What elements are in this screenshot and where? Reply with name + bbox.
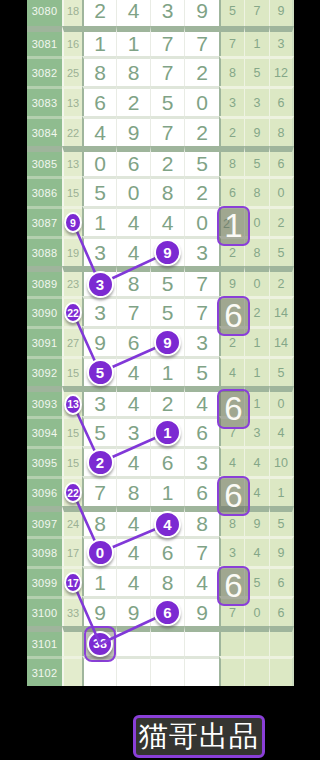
sum-cell[interactable]: 25 bbox=[62, 56, 82, 86]
sum-cell[interactable]: 13 bbox=[62, 86, 82, 116]
sum-cell[interactable]: 27 bbox=[62, 326, 82, 356]
stat-cell: 1 bbox=[244, 356, 269, 386]
stat-cell: 2 bbox=[269, 266, 294, 296]
digit-cell[interactable]: 4 bbox=[116, 0, 150, 26]
digit-cell[interactable] bbox=[184, 626, 219, 656]
digit-cell[interactable]: 1 bbox=[150, 356, 184, 386]
stat-cell: 9 bbox=[269, 536, 294, 566]
digit-cell[interactable]: 2 bbox=[82, 446, 116, 476]
digit-cell[interactable]: 7 bbox=[82, 476, 116, 506]
chart-rows: 3080182439579308116117771330822588728512… bbox=[27, 0, 294, 686]
stat-cell: 7 bbox=[219, 26, 244, 56]
digit-cell[interactable] bbox=[150, 626, 184, 656]
stat-cell: 10 bbox=[269, 446, 294, 476]
digit-cell[interactable]: 0 bbox=[184, 206, 219, 236]
selected-number-circle[interactable]: 3 bbox=[87, 271, 114, 298]
digit-cell[interactable]: 1 bbox=[82, 26, 116, 56]
selected-number-circle[interactable]: 2 bbox=[87, 449, 114, 476]
digit-cell[interactable]: 4 bbox=[150, 506, 184, 536]
digit-cell[interactable]: 3 bbox=[82, 266, 116, 296]
digit-cell[interactable]: 7 bbox=[150, 56, 184, 86]
sum-cell[interactable]: 13 bbox=[62, 386, 82, 416]
row-3094: 3094155316734 bbox=[27, 416, 294, 446]
issue-cell: 3099 bbox=[27, 566, 62, 596]
selected-number-circle[interactable]: 22 bbox=[64, 302, 82, 323]
digit-cell[interactable]: 8 bbox=[82, 506, 116, 536]
stat-cell: 6 bbox=[219, 566, 244, 596]
stat-cell: 0 bbox=[269, 176, 294, 206]
digit-cell[interactable]: 3 bbox=[82, 296, 116, 326]
stat-cell: 3 bbox=[244, 86, 269, 116]
row-3085: 3085130625856 bbox=[27, 146, 294, 176]
digit-cell[interactable]: 4 bbox=[116, 356, 150, 386]
row-3102: 3102 bbox=[27, 656, 294, 686]
prediction-highlight-box: 6 bbox=[217, 389, 250, 429]
digit-cell[interactable] bbox=[116, 656, 150, 686]
digit-cell[interactable]: 0 bbox=[184, 86, 219, 116]
stat-cell: 1 bbox=[244, 26, 269, 56]
digit-cell[interactable]: 38 bbox=[82, 626, 116, 656]
issue-cell: 3095 bbox=[27, 446, 62, 476]
stat-cell: 3 bbox=[269, 26, 294, 56]
digit-cell[interactable]: 7 bbox=[184, 536, 219, 566]
stat-cell: 0 bbox=[269, 386, 294, 416]
digit-cell[interactable]: 5 bbox=[82, 176, 116, 206]
digit-cell[interactable]: 6 bbox=[150, 536, 184, 566]
issue-cell: 3098 bbox=[27, 536, 62, 566]
stat-cell: 6 bbox=[269, 596, 294, 626]
issue-cell: 3094 bbox=[27, 416, 62, 446]
watermark: 猫哥出品 bbox=[133, 715, 265, 758]
digit-cell[interactable]: 0 bbox=[82, 536, 116, 566]
digit-cell[interactable]: 1 bbox=[82, 566, 116, 596]
stat-cell: 7 bbox=[244, 0, 269, 26]
digit-cell[interactable]: 4 bbox=[184, 566, 219, 596]
prediction-highlight-box: 6 bbox=[217, 476, 250, 516]
digit-cell[interactable]: 9 bbox=[82, 596, 116, 626]
issue-cell: 3101 bbox=[27, 626, 62, 656]
stat-cell: 5 bbox=[269, 356, 294, 386]
digit-cell[interactable]: 3 bbox=[116, 416, 150, 446]
issue-cell: 3082 bbox=[27, 56, 62, 86]
digit-cell[interactable]: 8 bbox=[116, 266, 150, 296]
digit-cell[interactable]: 4 bbox=[116, 236, 150, 266]
sum-cell[interactable]: 13 bbox=[62, 146, 82, 176]
stat-cell: 6 bbox=[269, 566, 294, 596]
stat-cell bbox=[219, 656, 244, 686]
stat-cell: 4 bbox=[219, 356, 244, 386]
digit-cell[interactable]: 0 bbox=[82, 146, 116, 176]
digit-cell[interactable]: 7 bbox=[184, 266, 219, 296]
sum-cell[interactable]: 33 bbox=[62, 596, 82, 626]
row-3082: 30822588728512 bbox=[27, 56, 294, 86]
digit-cell[interactable]: 6 bbox=[116, 146, 150, 176]
stat-cell: 9 bbox=[244, 116, 269, 146]
row-3098: 3098170467349 bbox=[27, 536, 294, 566]
sum-cell[interactable]: 15 bbox=[62, 176, 82, 206]
issue-cell: 3102 bbox=[27, 656, 62, 686]
digit-cell[interactable]: 8 bbox=[150, 176, 184, 206]
stat-cell: 9 bbox=[219, 266, 244, 296]
sum-cell[interactable]: 15 bbox=[62, 356, 82, 386]
issue-cell: 3089 bbox=[27, 266, 62, 296]
digit-cell[interactable]: 7 bbox=[116, 296, 150, 326]
sum-cell[interactable] bbox=[62, 656, 82, 686]
stat-cell: 8 bbox=[244, 176, 269, 206]
digit-cell[interactable]: 9 bbox=[184, 0, 219, 26]
stat-cell: 9 bbox=[269, 0, 294, 26]
row-3081: 3081161177713 bbox=[27, 26, 294, 56]
digit-cell[interactable]: 2 bbox=[184, 116, 219, 146]
stat-cell: 5 bbox=[244, 56, 269, 86]
issue-cell: 3086 bbox=[27, 176, 62, 206]
issue-cell: 3088 bbox=[27, 236, 62, 266]
digit-cell[interactable]: 4 bbox=[116, 566, 150, 596]
row-3100: 3100339969706 bbox=[27, 596, 294, 626]
stat-cell: 5 bbox=[269, 236, 294, 266]
issue-cell: 3092 bbox=[27, 356, 62, 386]
sum-cell[interactable]: 15 bbox=[62, 446, 82, 476]
digit-cell[interactable]: 6 bbox=[116, 326, 150, 356]
digit-cell[interactable]: 9 bbox=[116, 596, 150, 626]
digit-cell[interactable]: 4 bbox=[116, 386, 150, 416]
sum-cell[interactable]: 17 bbox=[62, 536, 82, 566]
digit-cell[interactable]: 1 bbox=[116, 26, 150, 56]
digit-cell[interactable]: 9 bbox=[150, 236, 184, 266]
selected-number-circle[interactable]: 38 bbox=[87, 631, 113, 657]
row-3101: 310138 bbox=[27, 626, 294, 656]
digit-cell[interactable]: 6 bbox=[82, 86, 116, 116]
selected-number-circle[interactable]: 6 bbox=[154, 599, 181, 626]
issue-cell: 3081 bbox=[27, 26, 62, 56]
selected-number-circle[interactable]: 9 bbox=[154, 239, 181, 266]
digit-cell[interactable]: 4 bbox=[116, 536, 150, 566]
row-3095: 30951524634410 bbox=[27, 446, 294, 476]
digit-cell[interactable]: 1 bbox=[150, 476, 184, 506]
selected-number-circle[interactable]: 5 bbox=[87, 359, 114, 386]
row-3091: 30912796932114 bbox=[27, 326, 294, 356]
digit-cell[interactable]: 3 bbox=[184, 236, 219, 266]
selected-number-circle[interactable]: 9 bbox=[154, 329, 181, 356]
stat-cell: 0 bbox=[244, 266, 269, 296]
stat-cell: 4 bbox=[244, 536, 269, 566]
stat-cell bbox=[244, 656, 269, 686]
stat-cell: 4 bbox=[244, 446, 269, 476]
row-3089: 3089233857902 bbox=[27, 266, 294, 296]
issue-cell: 3090 bbox=[27, 296, 62, 326]
digit-cell[interactable]: 8 bbox=[184, 506, 219, 536]
row-3084: 3084224972298 bbox=[27, 116, 294, 146]
digit-cell[interactable]: 1 bbox=[150, 416, 184, 446]
issue-cell: 3096 bbox=[27, 476, 62, 506]
stat-cell: 5 bbox=[219, 0, 244, 26]
digit-cell[interactable]: 3 bbox=[82, 386, 116, 416]
digit-cell[interactable]: 4 bbox=[116, 446, 150, 476]
issue-cell: 3093 bbox=[27, 386, 62, 416]
digit-cell[interactable]: 4 bbox=[150, 206, 184, 236]
stat-cell: 8 bbox=[269, 116, 294, 146]
digit-cell[interactable]: 2 bbox=[150, 146, 184, 176]
stat-cell: 21 bbox=[219, 206, 244, 236]
stat-cell bbox=[269, 626, 294, 656]
digit-cell[interactable]: 7 bbox=[184, 296, 219, 326]
stat-cell: 3 bbox=[219, 86, 244, 116]
digit-cell[interactable]: 6 bbox=[150, 596, 184, 626]
selected-number-circle[interactable]: 9 bbox=[64, 212, 82, 233]
issue-cell: 3080 bbox=[27, 0, 62, 26]
stat-cell: 14 bbox=[269, 296, 294, 326]
issue-cell: 3097 bbox=[27, 506, 62, 536]
digit-cell[interactable]: 6 bbox=[184, 416, 219, 446]
stat-cell: 4 bbox=[269, 416, 294, 446]
selected-number-circle[interactable]: 4 bbox=[154, 511, 181, 538]
digit-cell[interactable]: 3 bbox=[150, 0, 184, 26]
digit-cell[interactable]: 9 bbox=[116, 116, 150, 146]
selected-number-circle[interactable]: 0 bbox=[87, 539, 114, 566]
stat-cell: 8 bbox=[219, 56, 244, 86]
stat-cell: 3 bbox=[219, 536, 244, 566]
issue-cell: 3091 bbox=[27, 326, 62, 356]
digit-cell[interactable]: 0 bbox=[116, 176, 150, 206]
digit-cell[interactable]: 2 bbox=[184, 56, 219, 86]
digit-cell[interactable]: 8 bbox=[82, 56, 116, 86]
digit-cell[interactable]: 3 bbox=[184, 326, 219, 356]
issue-cell: 3100 bbox=[27, 596, 62, 626]
issue-cell: 3084 bbox=[27, 116, 62, 146]
sum-cell[interactable]: 18 bbox=[62, 0, 82, 26]
stat-cell bbox=[244, 626, 269, 656]
issue-cell: 3083 bbox=[27, 86, 62, 116]
selected-number-box: 38 bbox=[84, 626, 116, 662]
digit-cell[interactable]: 9 bbox=[150, 326, 184, 356]
digit-cell[interactable]: 4 bbox=[82, 116, 116, 146]
issue-cell: 3087 bbox=[27, 206, 62, 236]
row-3087: 3087914402102 bbox=[27, 206, 294, 236]
stat-cell: 6 bbox=[219, 476, 244, 506]
digit-cell[interactable]: 2 bbox=[116, 86, 150, 116]
selected-number-circle[interactable]: 22 bbox=[64, 482, 82, 503]
stat-cell bbox=[219, 626, 244, 656]
digit-cell[interactable]: 8 bbox=[116, 56, 150, 86]
stat-cell: 5 bbox=[244, 146, 269, 176]
stat-cell: 1 bbox=[269, 476, 294, 506]
stat-cell: 6 bbox=[219, 176, 244, 206]
stat-cell: 6 bbox=[269, 146, 294, 176]
digit-cell[interactable] bbox=[116, 626, 150, 656]
digit-cell[interactable]: 9 bbox=[82, 326, 116, 356]
digit-cell[interactable]: 2 bbox=[184, 176, 219, 206]
row-3086: 3086155082680 bbox=[27, 176, 294, 206]
digit-cell[interactable]: 6 bbox=[150, 446, 184, 476]
prediction-highlight-box: 1 bbox=[217, 206, 250, 246]
stat-cell bbox=[269, 656, 294, 686]
row-3097: 3097248448895 bbox=[27, 506, 294, 536]
stat-cell: 6 bbox=[269, 86, 294, 116]
row-3090: 30902237576214 bbox=[27, 296, 294, 326]
digit-cell[interactable]: 9 bbox=[184, 596, 219, 626]
selected-number-circle[interactable]: 17 bbox=[64, 572, 82, 593]
sum-cell[interactable]: 15 bbox=[62, 416, 82, 446]
stat-cell: 8 bbox=[219, 146, 244, 176]
digit-cell[interactable]: 2 bbox=[82, 0, 116, 26]
digit-cell[interactable]: 1 bbox=[82, 206, 116, 236]
digit-cell[interactable]: 6 bbox=[184, 476, 219, 506]
sum-cell[interactable]: 24 bbox=[62, 506, 82, 536]
digit-cell[interactable]: 7 bbox=[150, 26, 184, 56]
digit-cell[interactable]: 5 bbox=[150, 266, 184, 296]
digit-cell[interactable]: 4 bbox=[116, 206, 150, 236]
sum-cell[interactable]: 22 bbox=[62, 476, 82, 506]
sum-cell[interactable]: 9 bbox=[62, 206, 82, 236]
stat-cell: 2 bbox=[269, 206, 294, 236]
digit-cell[interactable]: 4 bbox=[116, 506, 150, 536]
stat-cell: 2 bbox=[219, 116, 244, 146]
digit-cell[interactable]: 2 bbox=[150, 386, 184, 416]
sum-cell[interactable]: 22 bbox=[62, 116, 82, 146]
sum-cell[interactable]: 19 bbox=[62, 236, 82, 266]
digit-cell[interactable]: 5 bbox=[184, 146, 219, 176]
digit-cell[interactable]: 8 bbox=[150, 566, 184, 596]
digit-cell[interactable]: 7 bbox=[184, 26, 219, 56]
sum-cell[interactable]: 16 bbox=[62, 26, 82, 56]
sum-cell[interactable]: 23 bbox=[62, 266, 82, 296]
digit-cell[interactable]: 3 bbox=[82, 236, 116, 266]
digit-cell[interactable]: 5 bbox=[184, 356, 219, 386]
row-3096: 3096227816641 bbox=[27, 476, 294, 506]
stat-cell: 4 bbox=[219, 446, 244, 476]
stat-cell: 12 bbox=[269, 56, 294, 86]
digit-cell[interactable]: 7 bbox=[150, 116, 184, 146]
digit-cell[interactable]: 4 bbox=[184, 386, 219, 416]
digit-cell[interactable]: 5 bbox=[82, 416, 116, 446]
row-3099: 3099171484656 bbox=[27, 566, 294, 596]
stat-cell: 6 bbox=[219, 296, 244, 326]
digit-cell[interactable]: 3 bbox=[184, 446, 219, 476]
row-3093: 3093133424610 bbox=[27, 386, 294, 416]
row-3080: 3080182439579 bbox=[27, 0, 294, 26]
row-3092: 3092155415415 bbox=[27, 356, 294, 386]
stat-cell: 5 bbox=[269, 506, 294, 536]
prediction-highlight-box: 6 bbox=[217, 296, 250, 336]
sum-cell[interactable]: 22 bbox=[62, 296, 82, 326]
selected-number-circle[interactable]: 13 bbox=[64, 394, 82, 415]
issue-cell: 3085 bbox=[27, 146, 62, 176]
sum-cell[interactable] bbox=[62, 626, 82, 656]
digit-cell[interactable]: 5 bbox=[82, 356, 116, 386]
digit-cell[interactable]: 8 bbox=[116, 476, 150, 506]
prediction-highlight-box: 6 bbox=[217, 566, 250, 606]
stat-cell: 14 bbox=[269, 326, 294, 356]
row-3083: 3083136250336 bbox=[27, 86, 294, 116]
digit-cell[interactable]: 5 bbox=[150, 296, 184, 326]
digit-cell[interactable]: 5 bbox=[150, 86, 184, 116]
digit-cell[interactable] bbox=[150, 656, 184, 686]
row-3088: 3088193493285 bbox=[27, 236, 294, 266]
selected-number-circle[interactable]: 1 bbox=[154, 419, 181, 446]
digit-cell[interactable] bbox=[184, 656, 219, 686]
stat-cell: 6 bbox=[219, 386, 244, 416]
sum-cell[interactable]: 17 bbox=[62, 566, 82, 596]
lottery-trend-chart: 3080182439579308116117771330822588728512… bbox=[0, 0, 320, 760]
